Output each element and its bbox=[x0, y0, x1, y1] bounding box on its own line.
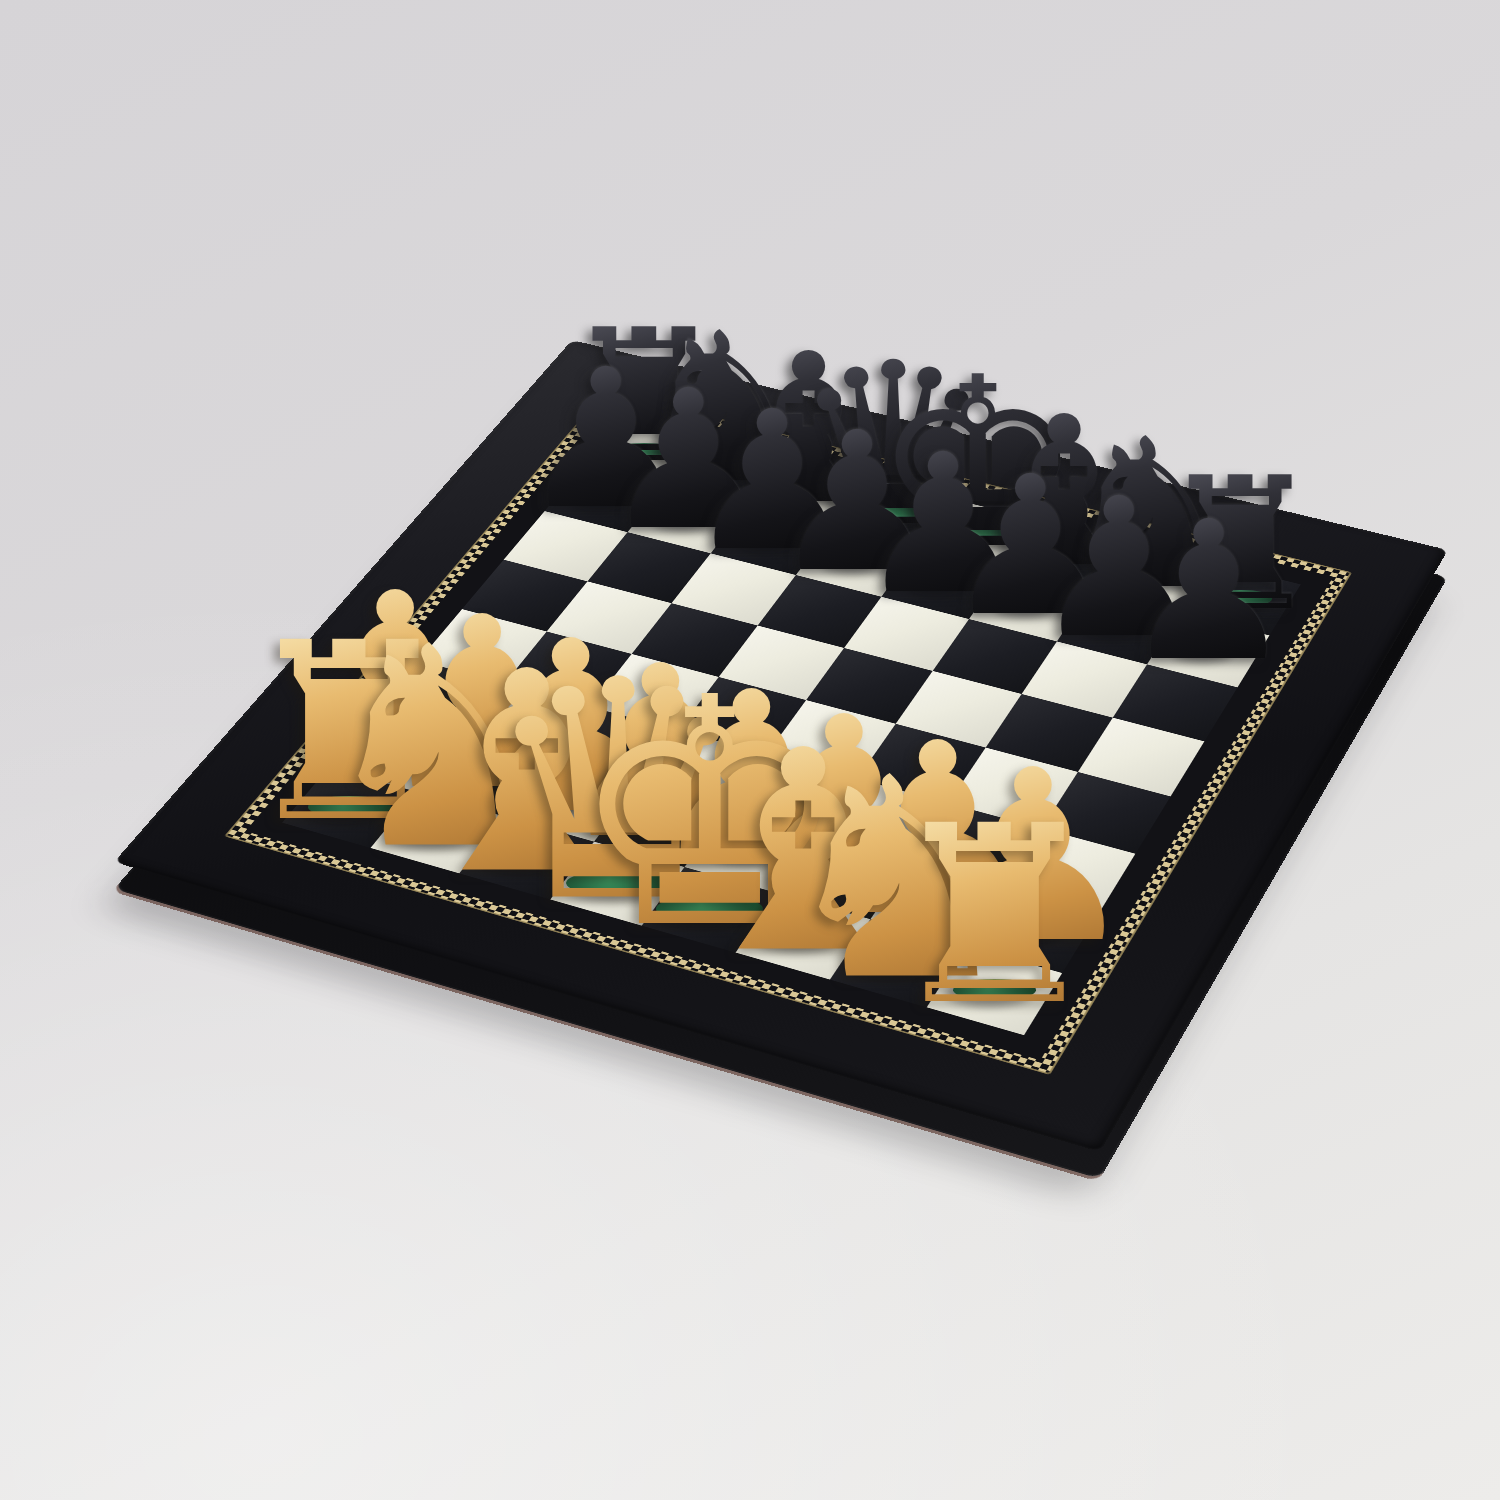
white-rook-icon: ♜ bbox=[884, 793, 1105, 1039]
studio-background: ♜♞♝♛♚♝♞♜♟♟♟♟♟♟♟♟♟♟♟♟♟♟♟♟♜♞♝♛♚♝♞♜ bbox=[0, 0, 1500, 1500]
pieces-layer: ♜♞♝♛♚♝♞♜♟♟♟♟♟♟♟♟♟♟♟♟♟♟♟♟♜♞♝♛♚♝♞♜ bbox=[0, 0, 1500, 1500]
black-pawn-icon: ♟ bbox=[1122, 496, 1294, 688]
